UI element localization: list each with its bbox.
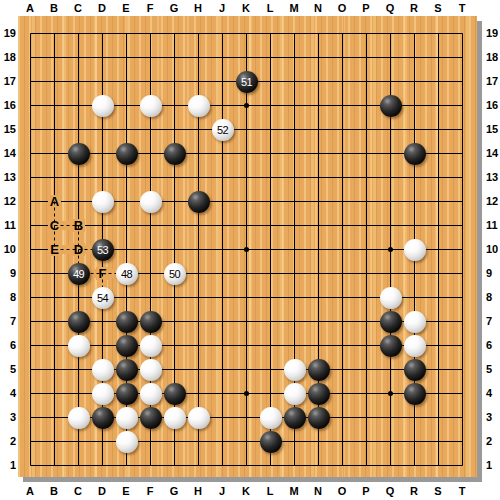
marker-A[interactable]: A xyxy=(47,194,63,209)
coord-label-right-5: 5 xyxy=(486,362,492,376)
stone-black-Q7[interactable] xyxy=(380,311,402,333)
stone-black-N4[interactable] xyxy=(308,383,330,405)
coord-label-right-12: 12 xyxy=(486,194,498,208)
coord-label-left-11: 11 xyxy=(0,218,16,232)
coord-label-bottom-M: M xyxy=(289,484,298,498)
coord-label-bottom-P: P xyxy=(362,484,369,498)
coord-label-left-12: 12 xyxy=(0,194,16,208)
coord-label-top-R: R xyxy=(410,1,418,15)
stone-white-H16[interactable] xyxy=(188,95,210,117)
stone-black-F3[interactable] xyxy=(140,407,162,429)
coord-label-bottom-D: D xyxy=(98,484,106,498)
stone-white-E9[interactable]: 48 xyxy=(116,263,138,285)
coord-label-left-4: 4 xyxy=(0,386,16,400)
coord-label-top-E: E xyxy=(122,1,129,15)
coord-label-right-6: 6 xyxy=(486,338,492,352)
coord-label-bottom-A: A xyxy=(26,484,34,498)
coord-label-right-3: 3 xyxy=(486,410,492,424)
stone-white-E2[interactable] xyxy=(116,431,138,453)
stone-black-C9[interactable]: 49 xyxy=(68,263,90,285)
stone-white-G3[interactable] xyxy=(164,407,186,429)
coord-label-left-6: 6 xyxy=(0,338,16,352)
stone-black-G4[interactable] xyxy=(164,383,186,405)
stone-black-K17[interactable]: 51 xyxy=(236,71,258,93)
move-number-50: 50 xyxy=(164,263,186,285)
coord-label-left-10: 10 xyxy=(0,242,16,256)
coord-label-bottom-S: S xyxy=(434,484,441,498)
stone-white-M4[interactable] xyxy=(284,383,306,405)
stone-black-R5[interactable] xyxy=(404,359,426,381)
coord-label-bottom-E: E xyxy=(122,484,129,498)
coord-label-left-1: 1 xyxy=(0,458,16,472)
stone-white-E3[interactable] xyxy=(116,407,138,429)
coord-label-bottom-H: H xyxy=(194,484,202,498)
coord-label-left-15: 15 xyxy=(0,122,16,136)
coord-label-left-7: 7 xyxy=(0,314,16,328)
coord-label-left-3: 3 xyxy=(0,410,16,424)
coord-label-top-M: M xyxy=(289,1,298,15)
coord-label-left-8: 8 xyxy=(0,290,16,304)
stone-black-E6[interactable] xyxy=(116,335,138,357)
coord-label-right-1: 1 xyxy=(486,458,492,472)
coord-label-top-S: S xyxy=(434,1,441,15)
marker-C[interactable]: C xyxy=(47,218,63,233)
move-number-53: 53 xyxy=(92,239,114,261)
coord-label-bottom-C: C xyxy=(74,484,82,498)
stone-black-Q6[interactable] xyxy=(380,335,402,357)
coord-label-right-8: 8 xyxy=(486,290,492,304)
stone-white-F6[interactable] xyxy=(140,335,162,357)
coord-label-left-16: 16 xyxy=(0,98,16,112)
coord-label-top-O: O xyxy=(338,1,347,15)
stone-black-N5[interactable] xyxy=(308,359,330,381)
stone-white-F16[interactable] xyxy=(140,95,162,117)
go-diagram-screen: AABBCCDDEEFFGGHHJJKKLLMMNNOOPPQQRRSSTT19… xyxy=(0,0,500,500)
stone-white-F5[interactable] xyxy=(140,359,162,381)
coord-label-right-4: 4 xyxy=(486,386,492,400)
stone-black-R14[interactable] xyxy=(404,143,426,165)
coord-label-bottom-K: K xyxy=(242,484,250,498)
coord-label-left-18: 18 xyxy=(0,50,16,64)
coord-label-right-17: 17 xyxy=(486,74,498,88)
stone-black-E4[interactable] xyxy=(116,383,138,405)
coord-label-right-18: 18 xyxy=(486,50,498,64)
coord-label-top-P: P xyxy=(362,1,369,15)
stone-black-H12[interactable] xyxy=(188,191,210,213)
stone-white-Q8[interactable] xyxy=(380,287,402,309)
coord-label-left-5: 5 xyxy=(0,362,16,376)
stone-black-C14[interactable] xyxy=(68,143,90,165)
coord-label-bottom-Q: Q xyxy=(386,484,395,498)
coord-label-right-16: 16 xyxy=(486,98,498,112)
stone-white-R6[interactable] xyxy=(404,335,426,357)
coord-label-left-13: 13 xyxy=(0,170,16,184)
stone-white-D8[interactable]: 54 xyxy=(92,287,114,309)
coord-label-top-B: B xyxy=(50,1,58,15)
stone-white-F12[interactable] xyxy=(140,191,162,213)
stone-black-E5[interactable] xyxy=(116,359,138,381)
coord-label-left-9: 9 xyxy=(0,266,16,280)
stone-black-N3[interactable] xyxy=(308,407,330,429)
stone-black-L2[interactable] xyxy=(260,431,282,453)
stone-white-F4[interactable] xyxy=(140,383,162,405)
coord-label-left-19: 19 xyxy=(0,26,16,40)
coord-label-top-N: N xyxy=(314,1,322,15)
coord-label-top-Q: Q xyxy=(386,1,395,15)
coord-label-bottom-B: B xyxy=(50,484,58,498)
coord-label-top-D: D xyxy=(98,1,106,15)
stone-white-D12[interactable] xyxy=(92,191,114,213)
coord-label-right-11: 11 xyxy=(486,218,498,232)
coord-label-right-2: 2 xyxy=(486,434,492,448)
coord-label-bottom-J: J xyxy=(219,484,225,498)
coord-label-top-A: A xyxy=(26,1,34,15)
coord-label-bottom-T: T xyxy=(459,484,466,498)
stone-black-M3[interactable] xyxy=(284,407,306,429)
coord-label-right-10: 10 xyxy=(486,242,498,256)
coord-label-right-19: 19 xyxy=(486,26,498,40)
coord-label-right-7: 7 xyxy=(486,314,492,328)
coord-label-bottom-R: R xyxy=(410,484,418,498)
coord-label-left-17: 17 xyxy=(0,74,16,88)
marker-D[interactable]: D xyxy=(71,242,87,257)
coord-label-top-G: G xyxy=(170,1,179,15)
coord-label-right-15: 15 xyxy=(486,122,498,136)
stone-white-M5[interactable] xyxy=(284,359,306,381)
coord-label-left-14: 14 xyxy=(0,146,16,160)
stone-white-C3[interactable] xyxy=(68,407,90,429)
stone-white-R7[interactable] xyxy=(404,311,426,333)
stone-white-C6[interactable] xyxy=(68,335,90,357)
coord-label-top-J: J xyxy=(219,1,225,15)
stone-white-J15[interactable]: 52 xyxy=(212,119,234,141)
coord-label-bottom-G: G xyxy=(170,484,179,498)
stone-black-E14[interactable] xyxy=(116,143,138,165)
stone-white-L3[interactable] xyxy=(260,407,282,429)
coord-label-left-2: 2 xyxy=(0,434,16,448)
marker-B[interactable]: B xyxy=(71,218,87,233)
stone-white-D4[interactable] xyxy=(92,383,114,405)
move-number-54: 54 xyxy=(92,287,114,309)
stone-black-C7[interactable] xyxy=(68,311,90,333)
coord-label-top-L: L xyxy=(267,1,274,15)
stone-white-R10[interactable] xyxy=(404,239,426,261)
stone-white-H3[interactable] xyxy=(188,407,210,429)
stone-black-G14[interactable] xyxy=(164,143,186,165)
marker-E[interactable]: E xyxy=(47,242,63,257)
stone-black-D3[interactable] xyxy=(92,407,114,429)
stone-white-D5[interactable] xyxy=(92,359,114,381)
stone-black-E7[interactable] xyxy=(116,311,138,333)
coord-label-top-H: H xyxy=(194,1,202,15)
move-number-49: 49 xyxy=(68,263,90,285)
stone-white-G9[interactable]: 50 xyxy=(164,263,186,285)
move-number-52: 52 xyxy=(212,119,234,141)
coord-label-top-C: C xyxy=(74,1,82,15)
coord-label-right-13: 13 xyxy=(486,170,498,184)
coord-label-top-F: F xyxy=(147,1,154,15)
coord-label-top-K: K xyxy=(242,1,250,15)
stone-black-D10[interactable]: 53 xyxy=(92,239,114,261)
stone-white-D16[interactable] xyxy=(92,95,114,117)
marker-F[interactable]: F xyxy=(95,266,111,281)
coord-label-right-9: 9 xyxy=(486,266,492,280)
coord-label-bottom-O: O xyxy=(338,484,347,498)
coord-label-bottom-L: L xyxy=(267,484,274,498)
move-number-48: 48 xyxy=(116,263,138,285)
coord-label-right-14: 14 xyxy=(486,146,498,160)
stone-black-Q16[interactable] xyxy=(380,95,402,117)
coord-label-top-T: T xyxy=(459,1,466,15)
stone-black-R4[interactable] xyxy=(404,383,426,405)
move-number-51: 51 xyxy=(236,71,258,93)
coord-label-bottom-N: N xyxy=(314,484,322,498)
coord-label-bottom-F: F xyxy=(147,484,154,498)
stone-black-F7[interactable] xyxy=(140,311,162,333)
